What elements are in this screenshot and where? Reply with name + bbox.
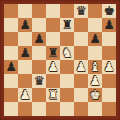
square-h6[interactable] [102, 32, 116, 46]
square-c6[interactable]: ♟ [32, 32, 46, 46]
square-a5[interactable] [4, 46, 18, 60]
square-b4[interactable] [18, 60, 32, 74]
square-d2[interactable]: ♜ [46, 88, 60, 102]
board-frame: ♛♚♟♜♟♟♟♟♜♞♟♟♟♝♟♛♟♟♜♚ [0, 0, 120, 120]
white-pawn-icon: ♟ [88, 74, 102, 88]
square-b3[interactable] [18, 74, 32, 88]
square-e6[interactable] [60, 32, 74, 46]
square-h7[interactable]: ♟ [102, 18, 116, 32]
square-c3[interactable]: ♛ [32, 74, 46, 88]
square-h8[interactable]: ♚ [102, 4, 116, 18]
square-h5[interactable] [102, 46, 116, 60]
square-g7[interactable] [88, 18, 102, 32]
white-knight-icon: ♞ [60, 46, 74, 60]
black-rook-icon: ♜ [60, 18, 74, 32]
square-b5[interactable]: ♟ [18, 46, 32, 60]
black-queen-icon: ♛ [32, 74, 46, 88]
black-pawn-icon: ♟ [102, 18, 116, 32]
square-h4[interactable]: ♟ [102, 60, 116, 74]
square-g4[interactable]: ♝ [88, 60, 102, 74]
square-g2[interactable]: ♚ [88, 88, 102, 102]
square-b2[interactable]: ♟ [18, 88, 32, 102]
square-f8[interactable]: ♛ [74, 4, 88, 18]
square-e8[interactable] [60, 4, 74, 18]
square-e3[interactable] [60, 74, 74, 88]
square-d1[interactable] [46, 102, 60, 116]
square-c1[interactable] [32, 102, 46, 116]
square-h2[interactable] [102, 88, 116, 102]
square-g1[interactable] [88, 102, 102, 116]
square-b1[interactable] [18, 102, 32, 116]
square-f1[interactable] [74, 102, 88, 116]
square-d7[interactable] [46, 18, 60, 32]
square-f5[interactable] [74, 46, 88, 60]
black-pawn-icon: ♟ [32, 32, 46, 46]
black-pawn-icon: ♟ [88, 32, 102, 46]
square-a3[interactable] [4, 74, 18, 88]
square-d4[interactable]: ♟ [46, 60, 60, 74]
square-d5[interactable]: ♜ [46, 46, 60, 60]
square-g5[interactable] [88, 46, 102, 60]
square-c8[interactable] [32, 4, 46, 18]
square-f7[interactable] [74, 18, 88, 32]
black-rook-icon: ♜ [46, 46, 60, 60]
square-e1[interactable] [60, 102, 74, 116]
square-c5[interactable] [32, 46, 46, 60]
square-f4[interactable]: ♟ [74, 60, 88, 74]
square-a8[interactable] [4, 4, 18, 18]
white-king-icon: ♚ [88, 88, 102, 102]
chess-board: ♛♚♟♜♟♟♟♟♜♞♟♟♟♝♟♛♟♟♜♚ [4, 4, 116, 116]
square-g8[interactable] [88, 4, 102, 18]
square-c2[interactable] [32, 88, 46, 102]
square-f3[interactable] [74, 74, 88, 88]
square-e7[interactable]: ♜ [60, 18, 74, 32]
black-king-icon: ♚ [102, 4, 116, 18]
square-e5[interactable]: ♞ [60, 46, 74, 60]
square-e2[interactable] [60, 88, 74, 102]
black-pawn-icon: ♟ [4, 60, 18, 74]
square-e4[interactable] [60, 60, 74, 74]
square-g6[interactable]: ♟ [88, 32, 102, 46]
white-pawn-icon: ♟ [74, 60, 88, 74]
square-h3[interactable] [102, 74, 116, 88]
white-pawn-icon: ♟ [46, 60, 60, 74]
white-pawn-icon: ♟ [102, 60, 116, 74]
square-g3[interactable]: ♟ [88, 74, 102, 88]
square-d3[interactable] [46, 74, 60, 88]
square-h1[interactable] [102, 102, 116, 116]
white-rook-icon: ♜ [46, 88, 60, 102]
square-a7[interactable] [4, 18, 18, 32]
square-b7[interactable]: ♟ [18, 18, 32, 32]
square-a1[interactable] [4, 102, 18, 116]
square-b6[interactable] [18, 32, 32, 46]
white-bishop-icon: ♝ [88, 60, 102, 74]
square-f6[interactable] [74, 32, 88, 46]
square-c7[interactable] [32, 18, 46, 32]
white-pawn-icon: ♟ [18, 88, 32, 102]
square-a4[interactable]: ♟ [4, 60, 18, 74]
square-b8[interactable] [18, 4, 32, 18]
square-a2[interactable] [4, 88, 18, 102]
square-d6[interactable] [46, 32, 60, 46]
square-c4[interactable] [32, 60, 46, 74]
black-queen-icon: ♛ [74, 4, 88, 18]
square-a6[interactable] [4, 32, 18, 46]
square-d8[interactable] [46, 4, 60, 18]
black-pawn-icon: ♟ [18, 46, 32, 60]
square-f2[interactable] [74, 88, 88, 102]
black-pawn-icon: ♟ [18, 18, 32, 32]
